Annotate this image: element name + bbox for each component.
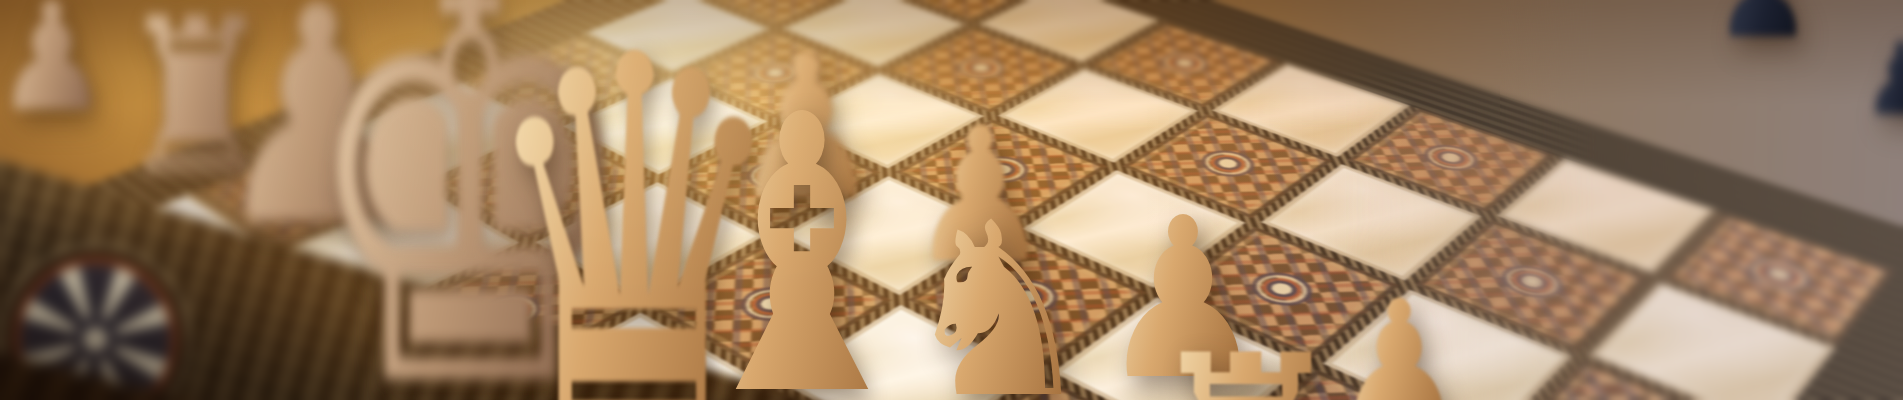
piece-white-knight[interactable]: ♞ (899, 191, 1097, 400)
chessboard-photo-scene: ♟♜♟♚♛♟♝♟♞♟♜♟♟♟ (0, 0, 1903, 400)
piece-white-pawn-right[interactable]: ♟ (1333, 278, 1464, 400)
piece-black-pawn-distant[interactable]: ♟ (1713, 0, 1812, 56)
piece-white-bishop[interactable]: ♝ (675, 66, 928, 400)
piece-white-rook-front[interactable]: ♜ (1142, 320, 1349, 400)
piece-white-pawn-far-left[interactable]: ♟ (0, 0, 109, 132)
piece-black-pawn-edge[interactable]: ♟ (1863, 30, 1903, 130)
